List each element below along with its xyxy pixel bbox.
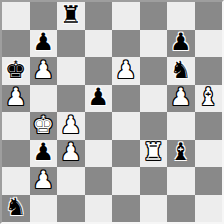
square-a3[interactable] bbox=[2, 140, 30, 168]
black-knight-piece[interactable]: ♞ bbox=[5, 195, 27, 219]
white-rook-piece[interactable]: ♜ bbox=[142, 140, 164, 164]
square-c1[interactable] bbox=[57, 195, 85, 223]
chess-board: ♜♟♟♚♟♟♞♟♟♟♝♚♟♟♟♜♝♟♞ bbox=[2, 2, 222, 222]
black-pawn-piece[interactable]: ♟ bbox=[170, 30, 192, 54]
white-pawn-piece[interactable]: ♟ bbox=[60, 113, 82, 137]
white-pawn-piece[interactable]: ♟ bbox=[32, 58, 54, 82]
square-h5[interactable]: ♝ bbox=[195, 85, 223, 113]
square-e1[interactable] bbox=[112, 195, 140, 223]
square-d4[interactable] bbox=[85, 112, 113, 140]
black-pawn-piece[interactable]: ♟ bbox=[32, 140, 54, 164]
black-bishop-piece[interactable]: ♝ bbox=[170, 140, 192, 164]
square-e6[interactable]: ♟ bbox=[112, 57, 140, 85]
square-d2[interactable] bbox=[85, 167, 113, 195]
square-g8[interactable] bbox=[167, 2, 195, 30]
square-f3[interactable]: ♜ bbox=[140, 140, 168, 168]
square-d8[interactable] bbox=[85, 2, 113, 30]
square-e4[interactable] bbox=[112, 112, 140, 140]
black-pawn-piece[interactable]: ♟ bbox=[87, 85, 109, 109]
square-d1[interactable] bbox=[85, 195, 113, 223]
square-h1[interactable] bbox=[195, 195, 223, 223]
chess-board-frame: ♜♟♟♚♟♟♞♟♟♟♝♚♟♟♟♜♝♟♞ bbox=[0, 0, 224, 224]
square-e8[interactable] bbox=[112, 2, 140, 30]
square-b5[interactable] bbox=[30, 85, 58, 113]
square-f2[interactable] bbox=[140, 167, 168, 195]
square-c5[interactable] bbox=[57, 85, 85, 113]
square-h7[interactable] bbox=[195, 30, 223, 58]
square-b3[interactable]: ♟ bbox=[30, 140, 58, 168]
square-g2[interactable] bbox=[167, 167, 195, 195]
square-b4[interactable]: ♚ bbox=[30, 112, 58, 140]
black-rook-piece[interactable]: ♜ bbox=[60, 3, 82, 27]
black-knight-piece[interactable]: ♞ bbox=[170, 58, 192, 82]
square-g3[interactable]: ♝ bbox=[167, 140, 195, 168]
square-d6[interactable] bbox=[85, 57, 113, 85]
square-b8[interactable] bbox=[30, 2, 58, 30]
square-b1[interactable] bbox=[30, 195, 58, 223]
square-a6[interactable]: ♚ bbox=[2, 57, 30, 85]
square-g5[interactable]: ♟ bbox=[167, 85, 195, 113]
white-pawn-piece[interactable]: ♟ bbox=[60, 140, 82, 164]
square-a4[interactable] bbox=[2, 112, 30, 140]
square-a2[interactable] bbox=[2, 167, 30, 195]
square-b7[interactable]: ♟ bbox=[30, 30, 58, 58]
square-a1[interactable]: ♞ bbox=[2, 195, 30, 223]
square-c7[interactable] bbox=[57, 30, 85, 58]
white-king-piece[interactable]: ♚ bbox=[32, 113, 54, 137]
square-h6[interactable] bbox=[195, 57, 223, 85]
white-pawn-piece[interactable]: ♟ bbox=[32, 168, 54, 192]
square-a5[interactable]: ♟ bbox=[2, 85, 30, 113]
square-b2[interactable]: ♟ bbox=[30, 167, 58, 195]
square-f1[interactable] bbox=[140, 195, 168, 223]
square-g6[interactable]: ♞ bbox=[167, 57, 195, 85]
square-d3[interactable] bbox=[85, 140, 113, 168]
square-g4[interactable] bbox=[167, 112, 195, 140]
white-pawn-piece[interactable]: ♟ bbox=[170, 85, 192, 109]
square-h3[interactable] bbox=[195, 140, 223, 168]
black-pawn-piece[interactable]: ♟ bbox=[32, 30, 54, 54]
white-pawn-piece[interactable]: ♟ bbox=[115, 58, 137, 82]
square-c8[interactable]: ♜ bbox=[57, 2, 85, 30]
square-g7[interactable]: ♟ bbox=[167, 30, 195, 58]
square-f5[interactable] bbox=[140, 85, 168, 113]
square-h8[interactable] bbox=[195, 2, 223, 30]
square-d5[interactable]: ♟ bbox=[85, 85, 113, 113]
square-f7[interactable] bbox=[140, 30, 168, 58]
square-d7[interactable] bbox=[85, 30, 113, 58]
square-c4[interactable]: ♟ bbox=[57, 112, 85, 140]
square-e3[interactable] bbox=[112, 140, 140, 168]
square-e5[interactable] bbox=[112, 85, 140, 113]
white-bishop-piece[interactable]: ♝ bbox=[197, 85, 219, 109]
square-e7[interactable] bbox=[112, 30, 140, 58]
square-f4[interactable] bbox=[140, 112, 168, 140]
square-c3[interactable]: ♟ bbox=[57, 140, 85, 168]
square-c2[interactable] bbox=[57, 167, 85, 195]
square-a7[interactable] bbox=[2, 30, 30, 58]
square-f8[interactable] bbox=[140, 2, 168, 30]
square-c6[interactable] bbox=[57, 57, 85, 85]
square-h2[interactable] bbox=[195, 167, 223, 195]
square-f6[interactable] bbox=[140, 57, 168, 85]
square-h4[interactable] bbox=[195, 112, 223, 140]
square-g1[interactable] bbox=[167, 195, 195, 223]
black-king-piece[interactable]: ♚ bbox=[5, 58, 27, 82]
square-b6[interactable]: ♟ bbox=[30, 57, 58, 85]
square-e2[interactable] bbox=[112, 167, 140, 195]
square-a8[interactable] bbox=[2, 2, 30, 30]
white-pawn-piece[interactable]: ♟ bbox=[5, 85, 27, 109]
